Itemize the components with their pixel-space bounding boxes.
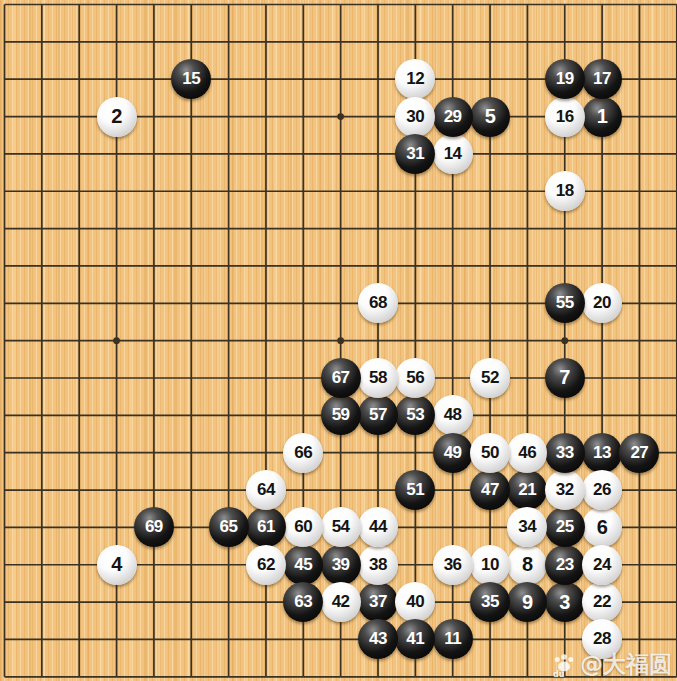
paw-icon: du [553, 652, 575, 676]
stone-69-black: 69 [134, 507, 174, 547]
stone-26-white: 26 [582, 470, 622, 510]
stone-11-black: 11 [433, 619, 473, 659]
stone-25-black: 25 [545, 507, 585, 547]
stone-65-black: 65 [209, 507, 249, 547]
stone-68-white: 68 [358, 283, 398, 323]
stone-15-black: 15 [171, 59, 211, 99]
stone-42-white: 42 [321, 582, 361, 622]
watermark: du @大福圆 [553, 652, 672, 676]
stone-19-black: 19 [545, 59, 585, 99]
stone-20-white: 20 [582, 283, 622, 323]
stone-39-black: 39 [321, 545, 361, 585]
stone-9-black: 9 [507, 582, 547, 622]
stone-34-white: 34 [507, 507, 547, 547]
stone-51-black: 51 [395, 470, 435, 510]
stone-36-white: 36 [433, 545, 473, 585]
watermark-du-label: du [553, 670, 564, 679]
stone-67-black: 67 [321, 358, 361, 398]
go-board: 1234567891011121314151617181920212223242… [0, 0, 677, 681]
stone-24-white: 24 [582, 545, 622, 585]
stone-41-black: 41 [395, 619, 435, 659]
stone-40-white: 40 [395, 582, 435, 622]
stone-12-white: 12 [395, 59, 435, 99]
stone-63-black: 63 [283, 582, 323, 622]
stone-35-black: 35 [470, 582, 510, 622]
stone-45-black: 45 [283, 545, 323, 585]
stone-55-black: 55 [545, 283, 585, 323]
stone-17-black: 17 [582, 59, 622, 99]
stone-43-black: 43 [358, 619, 398, 659]
stone-60-white: 60 [283, 507, 323, 547]
stone-49-black: 49 [433, 433, 473, 473]
stone-21-black: 21 [507, 470, 547, 510]
stone-5-black: 5 [470, 97, 510, 137]
stone-58-white: 58 [358, 358, 398, 398]
stone-22-white: 22 [582, 582, 622, 622]
stone-13-black: 13 [582, 433, 622, 473]
stone-7-black: 7 [545, 358, 585, 398]
stone-50-white: 50 [470, 433, 510, 473]
stone-30-white: 30 [395, 97, 435, 137]
stone-62-white: 62 [246, 545, 286, 585]
stone-56-white: 56 [395, 358, 435, 398]
watermark-text: @大福圆 [580, 653, 672, 676]
stone-16-white: 16 [545, 97, 585, 137]
stone-10-white: 10 [470, 545, 510, 585]
stone-8-white: 8 [507, 545, 547, 585]
stone-33-black: 33 [545, 433, 585, 473]
stone-1-black: 1 [582, 97, 622, 137]
stone-14-white: 14 [433, 134, 473, 174]
stone-3-black: 3 [545, 582, 585, 622]
stone-27-black: 27 [619, 433, 659, 473]
stone-2-white: 2 [97, 97, 137, 137]
stones-layer: 1234567891011121314151617181920212223242… [0, 0, 677, 681]
stone-47-black: 47 [470, 470, 510, 510]
stone-64-white: 64 [246, 470, 286, 510]
stone-66-white: 66 [283, 433, 323, 473]
stone-59-black: 59 [321, 395, 361, 435]
stone-44-white: 44 [358, 507, 398, 547]
stone-61-black: 61 [246, 507, 286, 547]
stone-48-white: 48 [433, 395, 473, 435]
stone-4-white: 4 [97, 545, 137, 585]
stone-53-black: 53 [395, 395, 435, 435]
stone-54-white: 54 [321, 507, 361, 547]
stone-57-black: 57 [358, 395, 398, 435]
stone-38-white: 38 [358, 545, 398, 585]
stone-29-black: 29 [433, 97, 473, 137]
stone-31-black: 31 [395, 134, 435, 174]
stone-37-black: 37 [358, 582, 398, 622]
stone-46-white: 46 [507, 433, 547, 473]
stone-52-white: 52 [470, 358, 510, 398]
stone-6-white: 6 [582, 507, 622, 547]
stone-23-black: 23 [545, 545, 585, 585]
stone-18-white: 18 [545, 171, 585, 211]
stone-32-white: 32 [545, 470, 585, 510]
